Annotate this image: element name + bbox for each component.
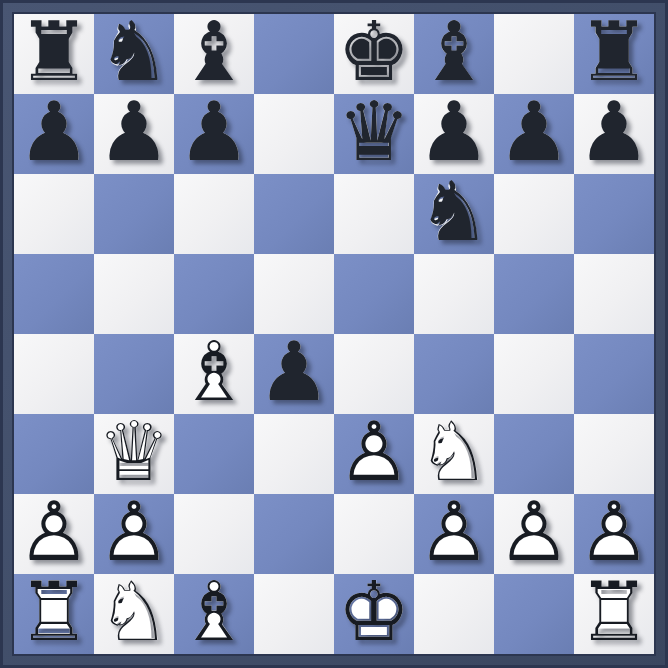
piece-white-bishop-icon[interactable]: ♝♗ — [174, 574, 254, 654]
piece-glyph-overlay: ♞ — [94, 14, 174, 94]
square-a4[interactable] — [14, 334, 94, 414]
piece-glyph-overlay: ♟ — [94, 94, 174, 174]
square-e2[interactable] — [334, 494, 414, 574]
piece-white-king-icon[interactable]: ♚♔ — [334, 574, 414, 654]
piece-black-bishop-icon[interactable]: ♗♝ — [414, 14, 494, 94]
square-c8[interactable]: ♗♝ — [174, 14, 254, 94]
piece-glyph-overlay: ♙ — [94, 494, 174, 574]
piece-glyph-overlay: ♗ — [174, 334, 254, 414]
piece-glyph-overlay: ♟ — [494, 94, 574, 174]
piece-glyph-overlay: ♛ — [334, 94, 414, 174]
piece-black-pawn-icon[interactable]: ♙♟ — [254, 334, 334, 414]
piece-glyph-overlay: ♙ — [414, 494, 494, 574]
square-g2[interactable]: ♟♙ — [494, 494, 574, 574]
piece-glyph-overlay: ♞ — [414, 174, 494, 254]
square-a7[interactable]: ♙♟ — [14, 94, 94, 174]
piece-glyph-overlay: ♘ — [414, 414, 494, 494]
square-f2[interactable]: ♟♙ — [414, 494, 494, 574]
square-e3[interactable]: ♟♙ — [334, 414, 414, 494]
square-c7[interactable]: ♙♟ — [174, 94, 254, 174]
square-c5[interactable] — [174, 254, 254, 334]
piece-black-king-icon[interactable]: ♔♚ — [334, 14, 414, 94]
square-f1[interactable] — [414, 574, 494, 654]
piece-glyph-overlay: ♟ — [174, 94, 254, 174]
square-b4[interactable] — [94, 334, 174, 414]
piece-glyph-overlay: ♔ — [334, 574, 414, 654]
square-a2[interactable]: ♟♙ — [14, 494, 94, 574]
square-b1[interactable]: ♞♘ — [94, 574, 174, 654]
piece-black-pawn-icon[interactable]: ♙♟ — [174, 94, 254, 174]
piece-white-queen-icon[interactable]: ♛♕ — [94, 414, 174, 494]
square-h6[interactable] — [574, 174, 654, 254]
square-d4[interactable]: ♙♟ — [254, 334, 334, 414]
piece-glyph-overlay: ♕ — [94, 414, 174, 494]
square-e6[interactable] — [334, 174, 414, 254]
square-g5[interactable] — [494, 254, 574, 334]
square-h5[interactable] — [574, 254, 654, 334]
square-e1[interactable]: ♚♔ — [334, 574, 414, 654]
square-d5[interactable] — [254, 254, 334, 334]
piece-glyph-overlay: ♙ — [574, 494, 654, 574]
piece-glyph-overlay: ♝ — [174, 14, 254, 94]
piece-glyph-overlay: ♙ — [494, 494, 574, 574]
square-b3[interactable]: ♛♕ — [94, 414, 174, 494]
square-c6[interactable] — [174, 174, 254, 254]
square-f8[interactable]: ♗♝ — [414, 14, 494, 94]
square-g6[interactable] — [494, 174, 574, 254]
chess-board: ♖♜♘♞♗♝♔♚♗♝♖♜♙♟♙♟♙♟♕♛♙♟♙♟♙♟♘♞♝♗♙♟♛♕♟♙♞♘♟♙… — [14, 14, 654, 654]
square-d1[interactable] — [254, 574, 334, 654]
piece-glyph-overlay: ♗ — [174, 574, 254, 654]
piece-glyph-overlay: ♜ — [574, 14, 654, 94]
square-c3[interactable] — [174, 414, 254, 494]
piece-white-bishop-icon[interactable]: ♝♗ — [174, 334, 254, 414]
square-f5[interactable] — [414, 254, 494, 334]
piece-white-pawn-icon[interactable]: ♟♙ — [494, 494, 574, 574]
piece-glyph-overlay: ♘ — [94, 574, 174, 654]
square-h1[interactable]: ♜♖ — [574, 574, 654, 654]
piece-glyph-overlay: ♟ — [574, 94, 654, 174]
piece-white-pawn-icon[interactable]: ♟♙ — [334, 414, 414, 494]
piece-white-rook-icon[interactable]: ♜♖ — [14, 574, 94, 654]
square-a3[interactable] — [14, 414, 94, 494]
piece-black-pawn-icon[interactable]: ♙♟ — [94, 94, 174, 174]
square-a8[interactable]: ♖♜ — [14, 14, 94, 94]
square-a5[interactable] — [14, 254, 94, 334]
square-c2[interactable] — [174, 494, 254, 574]
square-a1[interactable]: ♜♖ — [14, 574, 94, 654]
square-f6[interactable]: ♘♞ — [414, 174, 494, 254]
piece-glyph-overlay: ♝ — [414, 14, 494, 94]
piece-glyph-overlay: ♚ — [334, 14, 414, 94]
square-h3[interactable] — [574, 414, 654, 494]
piece-white-pawn-icon[interactable]: ♟♙ — [14, 494, 94, 574]
piece-glyph-overlay: ♟ — [254, 334, 334, 414]
square-g7[interactable]: ♙♟ — [494, 94, 574, 174]
square-d3[interactable] — [254, 414, 334, 494]
piece-black-rook-icon[interactable]: ♖♜ — [14, 14, 94, 94]
square-h2[interactable]: ♟♙ — [574, 494, 654, 574]
square-c1[interactable]: ♝♗ — [174, 574, 254, 654]
square-d6[interactable] — [254, 174, 334, 254]
piece-white-knight-icon[interactable]: ♞♘ — [94, 574, 174, 654]
square-g1[interactable] — [494, 574, 574, 654]
square-g4[interactable] — [494, 334, 574, 414]
piece-glyph-overlay: ♙ — [334, 414, 414, 494]
piece-black-knight-icon[interactable]: ♘♞ — [94, 14, 174, 94]
piece-white-pawn-icon[interactable]: ♟♙ — [574, 494, 654, 574]
square-b6[interactable] — [94, 174, 174, 254]
piece-black-knight-icon[interactable]: ♘♞ — [414, 174, 494, 254]
square-d7[interactable] — [254, 94, 334, 174]
piece-glyph-overlay: ♖ — [574, 574, 654, 654]
piece-glyph-overlay: ♖ — [14, 574, 94, 654]
square-d2[interactable] — [254, 494, 334, 574]
board-frame: ♖♜♘♞♗♝♔♚♗♝♖♜♙♟♙♟♙♟♕♛♙♟♙♟♙♟♘♞♝♗♙♟♛♕♟♙♞♘♟♙… — [0, 0, 668, 668]
square-g3[interactable] — [494, 414, 574, 494]
square-h8[interactable]: ♖♜ — [574, 14, 654, 94]
piece-glyph-overlay: ♙ — [14, 494, 94, 574]
square-b7[interactable]: ♙♟ — [94, 94, 174, 174]
square-b8[interactable]: ♘♞ — [94, 14, 174, 94]
square-f3[interactable]: ♞♘ — [414, 414, 494, 494]
piece-white-pawn-icon[interactable]: ♟♙ — [414, 494, 494, 574]
square-e4[interactable] — [334, 334, 414, 414]
square-h7[interactable]: ♙♟ — [574, 94, 654, 174]
square-b5[interactable] — [94, 254, 174, 334]
square-c4[interactable]: ♝♗ — [174, 334, 254, 414]
square-h4[interactable] — [574, 334, 654, 414]
square-g8[interactable] — [494, 14, 574, 94]
piece-glyph-overlay: ♜ — [14, 14, 94, 94]
square-a6[interactable] — [14, 174, 94, 254]
piece-glyph-overlay: ♟ — [14, 94, 94, 174]
square-e5[interactable] — [334, 254, 414, 334]
piece-black-pawn-icon[interactable]: ♙♟ — [494, 94, 574, 174]
square-e7[interactable]: ♕♛ — [334, 94, 414, 174]
piece-black-pawn-icon[interactable]: ♙♟ — [14, 94, 94, 174]
square-b2[interactable]: ♟♙ — [94, 494, 174, 574]
square-f7[interactable]: ♙♟ — [414, 94, 494, 174]
piece-glyph-overlay: ♟ — [414, 94, 494, 174]
piece-black-pawn-icon[interactable]: ♙♟ — [414, 94, 494, 174]
piece-black-pawn-icon[interactable]: ♙♟ — [574, 94, 654, 174]
square-f4[interactable] — [414, 334, 494, 414]
piece-black-rook-icon[interactable]: ♖♜ — [574, 14, 654, 94]
piece-white-pawn-icon[interactable]: ♟♙ — [94, 494, 174, 574]
piece-white-knight-icon[interactable]: ♞♘ — [414, 414, 494, 494]
square-e8[interactable]: ♔♚ — [334, 14, 414, 94]
piece-black-queen-icon[interactable]: ♕♛ — [334, 94, 414, 174]
piece-white-rook-icon[interactable]: ♜♖ — [574, 574, 654, 654]
square-d8[interactable] — [254, 14, 334, 94]
piece-black-bishop-icon[interactable]: ♗♝ — [174, 14, 254, 94]
